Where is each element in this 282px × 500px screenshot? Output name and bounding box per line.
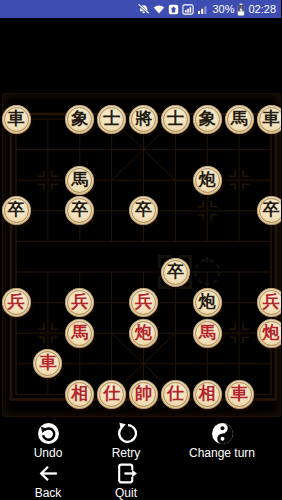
back-button[interactable]: Back: [20, 462, 76, 500]
piece-horse-black[interactable]: 馬: [225, 105, 254, 134]
piece-glyph: 車: [39, 354, 56, 371]
quit-icon: [115, 462, 138, 485]
piece-glyph: 相: [199, 385, 216, 402]
retry-button[interactable]: Retry: [98, 422, 154, 460]
quit-button[interactable]: Quit: [98, 462, 154, 500]
piece-glyph: 車: [231, 385, 248, 402]
piece-elephant-red[interactable]: 相: [193, 380, 222, 409]
piece-glyph: 士: [167, 110, 184, 127]
piece-glyph: 馬: [71, 171, 88, 188]
piece-glyph: 象: [71, 110, 88, 127]
back-label: Back: [35, 486, 62, 500]
piece-cannon-black[interactable]: 炮: [193, 288, 222, 317]
piece-glyph: 卒: [135, 201, 152, 218]
piece-elephant-red[interactable]: 相: [65, 380, 94, 409]
piece-glyph: 兵: [71, 293, 88, 310]
toolbar: Undo Retry Change turn Back: [0, 418, 281, 500]
piece-advisor-red[interactable]: 仕: [97, 380, 126, 409]
retry-icon: [115, 422, 138, 445]
piece-glyph: 馬: [199, 324, 216, 341]
piece-cannon-black[interactable]: 炮: [193, 166, 222, 195]
piece-glyph: 卒: [263, 201, 280, 218]
piece-cannon-red[interactable]: 炮: [257, 319, 282, 348]
yin-yang-icon: [211, 422, 234, 445]
undo-button[interactable]: Undo: [20, 422, 76, 460]
data-saver-icon: [168, 4, 179, 15]
piece-glyph: 馬: [71, 324, 88, 341]
piece-glyph: 炮: [263, 324, 280, 341]
piece-soldier-red[interactable]: 兵: [129, 288, 158, 317]
piece-chariot-black[interactable]: 車: [257, 105, 282, 134]
piece-glyph: 兵: [135, 293, 152, 310]
piece-glyph: 卒: [167, 263, 184, 280]
clock: 02:28: [248, 3, 276, 15]
piece-horse-red[interactable]: 馬: [65, 319, 94, 348]
piece-glyph: 兵: [8, 293, 25, 310]
piece-horse-black[interactable]: 馬: [65, 166, 94, 195]
phone-screen: 30% 02:28: [0, 0, 281, 500]
undo-icon: [37, 422, 60, 445]
piece-glyph: 兵: [263, 293, 280, 310]
back-arrow-icon: [37, 462, 60, 485]
cell-signal-icon: [197, 4, 209, 15]
piece-soldier-black[interactable]: 卒: [161, 258, 190, 287]
piece-chariot-black[interactable]: 車: [2, 105, 31, 134]
retry-label: Retry: [112, 446, 141, 460]
piece-glyph: 炮: [199, 171, 216, 188]
battery-percent: 30%: [212, 3, 234, 15]
piece-horse-red[interactable]: 馬: [193, 319, 222, 348]
piece-glyph: 卒: [71, 201, 88, 218]
piece-glyph: 炮: [135, 324, 152, 341]
piece-glyph: 象: [199, 110, 216, 127]
piece-glyph: 馬: [231, 110, 248, 127]
piece-glyph: 仕: [167, 385, 184, 402]
piece-advisor-black[interactable]: 士: [161, 105, 190, 134]
undo-label: Undo: [34, 446, 63, 460]
xiangqi-board[interactable]: 車象士將士象馬車馬炮卒卒卒卒卒炮兵兵兵兵馬炮馬炮車相仕帥仕相車: [2, 93, 281, 417]
piece-advisor-red[interactable]: 仕: [161, 380, 190, 409]
piece-elephant-black[interactable]: 象: [193, 105, 222, 134]
piece-glyph: 炮: [199, 293, 216, 310]
sim-signal-box-icon: [182, 4, 194, 15]
piece-glyph: 仕: [103, 385, 120, 402]
piece-glyph: 將: [135, 110, 152, 127]
piece-glyph: 車: [8, 110, 25, 127]
piece-soldier-black[interactable]: 卒: [2, 196, 31, 225]
piece-elephant-black[interactable]: 象: [65, 105, 94, 134]
piece-glyph: 車: [263, 110, 280, 127]
piece-glyph: 帥: [135, 385, 152, 402]
piece-advisor-black[interactable]: 士: [97, 105, 126, 134]
status-bar: 30% 02:28: [0, 0, 281, 18]
battery-icon: [237, 3, 245, 16]
piece-cannon-red[interactable]: 炮: [129, 319, 158, 348]
notifications-off-icon: [137, 3, 150, 15]
piece-glyph: 卒: [8, 201, 25, 218]
piece-general-black[interactable]: 將: [129, 105, 158, 134]
piece-chariot-red[interactable]: 車: [225, 380, 254, 409]
change-turn-button[interactable]: Change turn: [172, 422, 272, 460]
piece-glyph: 士: [103, 110, 120, 127]
quit-label: Quit: [115, 486, 137, 500]
wifi-icon: [153, 4, 165, 15]
piece-soldier-red[interactable]: 兵: [2, 288, 31, 317]
piece-glyph: 相: [71, 385, 88, 402]
change-turn-label: Change turn: [189, 446, 255, 460]
piece-general-red[interactable]: 帥: [129, 380, 158, 409]
